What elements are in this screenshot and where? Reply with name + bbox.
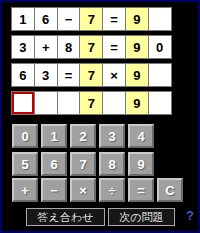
keypad-row-operators: + − × ÷ = C <box>12 178 183 202</box>
help-link[interactable]: ? <box>186 208 194 223</box>
grid-cell[interactable]: 6 <box>12 64 34 86</box>
keypad-row-2: 5 6 7 8 9 <box>12 152 154 176</box>
equation-row-4: 7 9 <box>11 91 172 115</box>
key-4[interactable]: 4 <box>128 124 154 148</box>
grid-cell-given: 7 <box>80 64 102 86</box>
grid-cell-given: 7 <box>80 8 102 30</box>
grid-cell[interactable]: 1 <box>12 8 34 30</box>
key-0[interactable]: 0 <box>12 124 38 148</box>
grid-cell-given: 9 <box>126 92 148 114</box>
grid-cell[interactable]: − <box>58 8 80 30</box>
key-7[interactable]: 7 <box>70 152 96 176</box>
key-8[interactable]: 8 <box>99 152 125 176</box>
grid-cell[interactable]: 0 <box>149 36 171 58</box>
grid-cell[interactable] <box>149 64 171 86</box>
grid-cell[interactable] <box>103 92 125 114</box>
grid-cell[interactable]: 8 <box>58 36 80 58</box>
keypad-row-1: 0 1 2 3 4 <box>12 124 154 148</box>
grid-cell-given: 9 <box>126 8 148 30</box>
key-5[interactable]: 5 <box>12 152 38 176</box>
grid-cell-given: 9 <box>126 64 148 86</box>
grid-cell[interactable] <box>35 92 57 114</box>
key-minus[interactable]: − <box>41 178 67 202</box>
equation-row-1: 1 6 − 7 = 9 <box>11 7 172 31</box>
grid-cell[interactable]: 3 <box>35 64 57 86</box>
key-plus[interactable]: + <box>12 178 38 202</box>
key-2[interactable]: 2 <box>70 124 96 148</box>
grid-cell[interactable]: 3 <box>12 36 34 58</box>
key-multiply[interactable]: × <box>70 178 96 202</box>
grid-cell[interactable]: = <box>58 64 80 86</box>
grid-cell[interactable]: × <box>103 64 125 86</box>
key-6[interactable]: 6 <box>41 152 67 176</box>
next-problem-button[interactable]: 次の問題 <box>108 208 175 226</box>
grid-cell[interactable]: + <box>35 36 57 58</box>
key-clear[interactable]: C <box>157 178 183 202</box>
equation-row-3: 6 3 = 7 × 9 <box>11 63 172 87</box>
key-9[interactable]: 9 <box>128 152 154 176</box>
key-equals[interactable]: = <box>128 178 154 202</box>
grid-cell-given: 7 <box>80 92 102 114</box>
grid-cell[interactable] <box>149 8 171 30</box>
grid-cell-selected[interactable] <box>12 92 34 114</box>
key-3[interactable]: 3 <box>99 124 125 148</box>
key-divide[interactable]: ÷ <box>99 178 125 202</box>
grid-cell[interactable]: 6 <box>35 8 57 30</box>
grid-cell-given: 7 <box>80 36 102 58</box>
equation-row-2: 3 + 8 7 = 9 0 <box>11 35 172 59</box>
grid-cell[interactable] <box>58 92 80 114</box>
puzzle-app: 1 6 − 7 = 9 3 + 8 7 = 9 0 6 3 = 7 × 9 7 … <box>0 0 200 233</box>
grid-cell[interactable]: = <box>103 8 125 30</box>
grid-cell-given: 9 <box>126 36 148 58</box>
check-answer-button[interactable]: 答え合わせ <box>26 208 105 226</box>
grid-cell[interactable]: = <box>103 36 125 58</box>
key-1[interactable]: 1 <box>41 124 67 148</box>
grid-cell[interactable] <box>149 92 171 114</box>
